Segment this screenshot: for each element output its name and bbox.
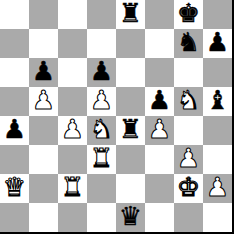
- white-pawn-piece[interactable]: ♟: [148, 115, 171, 144]
- square-a3[interactable]: [0, 145, 29, 174]
- square-h1[interactable]: [203, 203, 232, 232]
- square-a6[interactable]: [0, 58, 29, 87]
- square-b7[interactable]: [29, 29, 58, 58]
- white-pawn-piece[interactable]: ♟: [61, 115, 84, 144]
- square-f8[interactable]: [145, 0, 174, 29]
- black-pawn-piece[interactable]: ♟: [206, 28, 229, 57]
- white-pawn-piece[interactable]: ♟: [206, 173, 229, 202]
- white-queen-piece[interactable]: ♛: [3, 173, 26, 202]
- white-knight-piece[interactable]: ♞: [177, 86, 200, 115]
- square-h5[interactable]: ♝: [203, 87, 232, 116]
- square-e5[interactable]: [116, 87, 145, 116]
- white-king-piece[interactable]: ♚: [177, 173, 200, 202]
- square-e3[interactable]: [116, 145, 145, 174]
- square-d5[interactable]: ♟: [87, 87, 116, 116]
- square-h4[interactable]: [203, 116, 232, 145]
- square-h3[interactable]: [203, 145, 232, 174]
- square-f6[interactable]: [145, 58, 174, 87]
- square-c6[interactable]: [58, 58, 87, 87]
- black-king-piece[interactable]: ♚: [177, 0, 200, 28]
- black-queen-piece[interactable]: ♛: [119, 202, 142, 231]
- square-e4[interactable]: ♜: [116, 116, 145, 145]
- square-d4[interactable]: ♞: [87, 116, 116, 145]
- square-g5[interactable]: ♞: [174, 87, 203, 116]
- square-c4[interactable]: ♟: [58, 116, 87, 145]
- square-b1[interactable]: [29, 203, 58, 232]
- square-e6[interactable]: [116, 58, 145, 87]
- chess-board: ♜♚♞♟♟♟♟♟♟♞♝♟♟♞♜♟♜♟♛♜♚♟♛: [0, 0, 234, 234]
- black-rook-piece[interactable]: ♜: [119, 0, 142, 28]
- square-g3[interactable]: ♟: [174, 145, 203, 174]
- square-f5[interactable]: ♟: [145, 87, 174, 116]
- square-a5[interactable]: [0, 87, 29, 116]
- square-g6[interactable]: [174, 58, 203, 87]
- square-b8[interactable]: [29, 0, 58, 29]
- white-rook-piece[interactable]: ♜: [90, 144, 113, 173]
- black-pawn-piece[interactable]: ♟: [3, 115, 26, 144]
- square-d6[interactable]: ♟: [87, 58, 116, 87]
- square-g8[interactable]: ♚: [174, 0, 203, 29]
- square-b4[interactable]: [29, 116, 58, 145]
- square-b6[interactable]: ♟: [29, 58, 58, 87]
- square-a2[interactable]: ♛: [0, 174, 29, 203]
- square-a4[interactable]: ♟: [0, 116, 29, 145]
- square-d3[interactable]: ♜: [87, 145, 116, 174]
- square-a7[interactable]: [0, 29, 29, 58]
- square-f2[interactable]: [145, 174, 174, 203]
- square-g4[interactable]: [174, 116, 203, 145]
- square-e8[interactable]: ♜: [116, 0, 145, 29]
- square-b5[interactable]: ♟: [29, 87, 58, 116]
- square-c2[interactable]: ♜: [58, 174, 87, 203]
- black-knight-piece[interactable]: ♞: [177, 28, 200, 57]
- square-f7[interactable]: [145, 29, 174, 58]
- white-rook-piece[interactable]: ♜: [61, 173, 84, 202]
- square-h2[interactable]: ♟: [203, 174, 232, 203]
- square-e2[interactable]: [116, 174, 145, 203]
- square-g7[interactable]: ♞: [174, 29, 203, 58]
- square-a8[interactable]: [0, 0, 29, 29]
- square-b3[interactable]: [29, 145, 58, 174]
- black-pawn-piece[interactable]: ♟: [148, 86, 171, 115]
- black-bishop-piece[interactable]: ♝: [206, 86, 229, 115]
- square-h8[interactable]: [203, 0, 232, 29]
- square-e7[interactable]: [116, 29, 145, 58]
- square-b2[interactable]: [29, 174, 58, 203]
- white-pawn-piece[interactable]: ♟: [32, 86, 55, 115]
- square-a1[interactable]: [0, 203, 29, 232]
- black-rook-piece[interactable]: ♜: [119, 115, 142, 144]
- white-pawn-piece[interactable]: ♟: [90, 86, 113, 115]
- square-e1[interactable]: ♛: [116, 203, 145, 232]
- white-pawn-piece[interactable]: ♟: [177, 144, 200, 173]
- black-pawn-piece[interactable]: ♟: [90, 57, 113, 86]
- chess-board-wrapper: ♜♚♞♟♟♟♟♟♟♞♝♟♟♞♜♟♜♟♛♜♚♟♛: [0, 0, 234, 234]
- square-c1[interactable]: [58, 203, 87, 232]
- white-knight-piece[interactable]: ♞: [90, 115, 113, 144]
- square-d8[interactable]: [87, 0, 116, 29]
- square-f3[interactable]: [145, 145, 174, 174]
- square-g2[interactable]: ♚: [174, 174, 203, 203]
- square-g1[interactable]: [174, 203, 203, 232]
- black-pawn-piece[interactable]: ♟: [32, 57, 55, 86]
- square-h6[interactable]: [203, 58, 232, 87]
- square-f1[interactable]: [145, 203, 174, 232]
- square-d1[interactable]: [87, 203, 116, 232]
- square-c3[interactable]: [58, 145, 87, 174]
- square-d2[interactable]: [87, 174, 116, 203]
- square-c7[interactable]: [58, 29, 87, 58]
- square-c8[interactable]: [58, 0, 87, 29]
- square-h7[interactable]: ♟: [203, 29, 232, 58]
- square-d7[interactable]: [87, 29, 116, 58]
- square-f4[interactable]: ♟: [145, 116, 174, 145]
- square-c5[interactable]: [58, 87, 87, 116]
